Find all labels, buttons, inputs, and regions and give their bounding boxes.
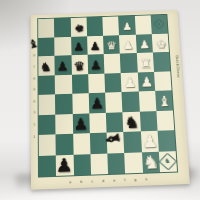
square-r3-c2[interactable] (71, 74, 88, 94)
file-label: e (113, 178, 115, 182)
chess-board: ♞♞ ♚♟♟♟♛♟♟♚♞♟♛♟♜♟♟♟♝♟♞♝♟♟♞ abcdefgh 8765… (31, 10, 190, 189)
piece-white-knight[interactable]: ♞ (142, 151, 161, 173)
piece-black-pawn[interactable]: ♟ (87, 33, 104, 52)
square-r5-c0[interactable] (39, 114, 56, 135)
square-r7-c5[interactable] (124, 152, 142, 174)
square-r7-c4[interactable] (107, 152, 125, 174)
square-r7-c7[interactable]: ♞ (159, 151, 177, 173)
rank-label: 2 (33, 122, 35, 126)
square-r6-c2[interactable] (73, 133, 91, 154)
file-label: h (145, 177, 148, 181)
rank-label: 7 (33, 65, 35, 69)
piece-black-knight[interactable]: ♞ (123, 110, 141, 131)
piece-white-pawn[interactable]: ♟ (138, 70, 156, 90)
square-r4-c0[interactable] (39, 94, 56, 114)
file-label: c (91, 179, 93, 183)
rank-label: 1 (33, 134, 35, 138)
file-label: g (134, 177, 137, 181)
rank-label: 6 (33, 76, 35, 80)
square-r7-c2[interactable] (73, 154, 91, 176)
square-r2-c4[interactable] (104, 54, 121, 74)
piece-black-pawn[interactable]: ♟ (72, 112, 90, 133)
square-r5-c7[interactable] (156, 110, 174, 131)
rank-labels: 87654321 (32, 50, 36, 142)
rank-label: 4 (33, 99, 35, 103)
square-r4-c4[interactable] (105, 92, 122, 112)
rank-label: 5 (33, 87, 35, 91)
knight-shield-logo: ♞ (159, 151, 177, 173)
square-r3-c3[interactable] (88, 73, 105, 93)
square-r2-c7[interactable] (153, 52, 171, 72)
piece-black-pawn[interactable]: ♟ (88, 91, 106, 112)
square-r3-c1[interactable] (55, 74, 72, 94)
square-r4-c5[interactable] (122, 91, 140, 111)
square-r5-c6[interactable] (139, 111, 157, 132)
square-r4-c1[interactable] (55, 94, 72, 114)
piece-white-pawn[interactable]: ♟ (121, 70, 139, 90)
offboard-piece-black-bishop[interactable]: ♝ (27, 37, 41, 51)
piece-white-pawn[interactable]: ♟ (119, 32, 136, 51)
square-r3-c0[interactable] (38, 75, 55, 95)
file-label: d (102, 178, 105, 182)
square-r5-c1[interactable] (55, 114, 72, 135)
piece-black-pawn[interactable]: ♟ (55, 154, 73, 176)
piece-black-pawn[interactable]: ♟ (54, 53, 71, 73)
photo-scene: ♞♞ ♚♟♟♟♛♟♟♚♞♟♛♟♜♟♟♟♝♟♞♝♟♟♞ abcdefgh 8765… (0, 0, 200, 200)
file-label: a (69, 180, 71, 184)
square-r3-c7[interactable] (154, 71, 172, 91)
piece-black-pawn[interactable]: ♟ (70, 34, 87, 53)
piece-white-pawn[interactable]: ♟ (119, 14, 136, 33)
piece-white-queen[interactable]: ♛ (103, 33, 120, 52)
square-r4-c6[interactable] (138, 91, 156, 111)
square-r4-c2[interactable] (72, 93, 89, 113)
square-r0-c0[interactable] (38, 19, 54, 38)
square-r5-c3[interactable] (89, 112, 107, 133)
rank-label: 3 (33, 111, 35, 115)
rank-label: 8 (33, 54, 35, 58)
piece-white-king[interactable]: ♚ (152, 31, 170, 50)
piece-black-pawn[interactable]: ♟ (87, 52, 104, 72)
square-r7-c0[interactable] (39, 155, 56, 177)
square-r6-c5[interactable] (123, 131, 141, 152)
square-r6-c0[interactable] (39, 134, 56, 155)
file-label: f (124, 178, 126, 182)
square-r7-c3[interactable] (90, 153, 108, 175)
file-label: b (80, 179, 82, 183)
piece-white-rook[interactable]: ♜ (137, 51, 155, 71)
file-labels: abcdefgh (65, 176, 152, 185)
square-r6-c1[interactable] (56, 134, 73, 155)
square-r6-c7[interactable] (157, 130, 175, 151)
board-mat: ♞♞ ♚♟♟♟♛♟♟♚♞♟♛♟♜♟♟♟♝♟♞♝♟♟♞ abcdefgh 8765… (31, 10, 190, 189)
brand-text: QuickChess (175, 55, 181, 78)
square-r3-c4[interactable] (104, 73, 121, 93)
piece-black-queen[interactable]: ♛ (70, 52, 89, 73)
piece-white-pawn[interactable]: ♟ (136, 32, 154, 51)
piece-black-knight[interactable]: ♞ (37, 54, 54, 74)
piece-white-bishop[interactable]: ♝ (156, 89, 174, 110)
piece-white-pawn[interactable]: ♟ (141, 130, 159, 151)
